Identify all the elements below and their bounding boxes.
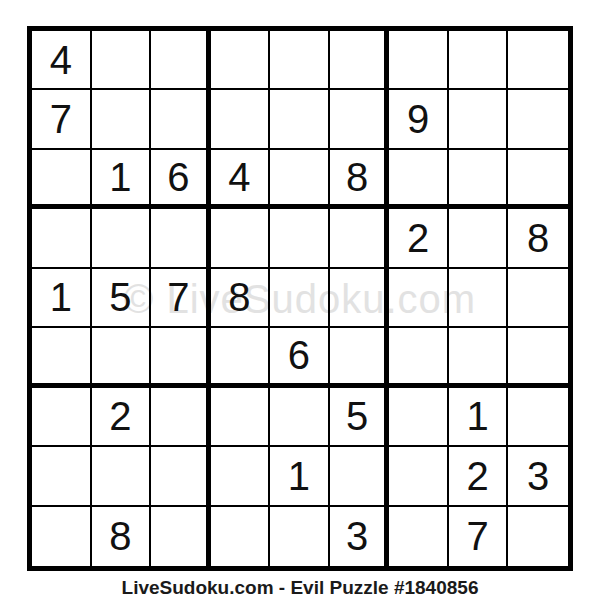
cell-r7c5[interactable] — [270, 388, 330, 447]
cell-r7c2[interactable]: 2 — [92, 388, 152, 447]
given-digit: 1 — [109, 157, 131, 197]
cell-r6c5[interactable]: 6 — [270, 328, 330, 387]
cell-r7c1[interactable] — [32, 388, 92, 447]
cell-r8c9[interactable]: 3 — [508, 447, 568, 506]
cell-r5c4[interactable]: 8 — [211, 269, 271, 328]
cell-r5c7[interactable] — [389, 269, 449, 328]
given-digit: 5 — [109, 277, 131, 317]
cell-r6c4[interactable] — [211, 328, 271, 387]
cell-r4c7[interactable]: 2 — [389, 209, 449, 268]
cell-r5c9[interactable] — [508, 269, 568, 328]
cell-r8c7[interactable] — [389, 447, 449, 506]
cell-r2c1[interactable]: 7 — [32, 90, 92, 149]
puzzle-caption: LiveSudoku.com - Evil Puzzle #1840856 — [0, 577, 600, 599]
cell-r3c9[interactable] — [508, 150, 568, 209]
given-digit: 2 — [407, 218, 429, 258]
cell-r2c9[interactable] — [508, 90, 568, 149]
cell-r2c3[interactable] — [151, 90, 211, 149]
cell-r5c1[interactable]: 1 — [32, 269, 92, 328]
cell-r5c5[interactable] — [270, 269, 330, 328]
cell-r8c4[interactable] — [211, 447, 271, 506]
cell-r9c1[interactable] — [32, 507, 92, 566]
cell-r4c3[interactable] — [151, 209, 211, 268]
given-digit: 4 — [228, 157, 250, 197]
cell-r9c4[interactable] — [211, 507, 271, 566]
cell-r4c9[interactable]: 8 — [508, 209, 568, 268]
cell-r6c7[interactable] — [389, 328, 449, 387]
given-digit: 6 — [167, 157, 189, 197]
given-digit: 9 — [407, 99, 429, 139]
cell-r6c8[interactable] — [449, 328, 509, 387]
cell-r8c6[interactable] — [330, 447, 390, 506]
cell-r2c5[interactable] — [270, 90, 330, 149]
given-digit: 8 — [228, 277, 250, 317]
cell-r8c2[interactable] — [92, 447, 152, 506]
cell-r4c6[interactable] — [330, 209, 390, 268]
cell-r9c5[interactable] — [270, 507, 330, 566]
cell-r6c2[interactable] — [92, 328, 152, 387]
cell-r2c2[interactable] — [92, 90, 152, 149]
cell-r1c4[interactable] — [211, 31, 271, 90]
cell-r5c6[interactable] — [330, 269, 390, 328]
cell-r1c1[interactable]: 4 — [32, 31, 92, 90]
given-digit: 8 — [346, 157, 368, 197]
cell-r1c8[interactable] — [449, 31, 509, 90]
cell-r1c5[interactable] — [270, 31, 330, 90]
given-digit: 2 — [467, 456, 489, 496]
cell-r1c3[interactable] — [151, 31, 211, 90]
cell-r6c9[interactable] — [508, 328, 568, 387]
cell-r9c2[interactable]: 8 — [92, 507, 152, 566]
cell-r7c8[interactable]: 1 — [449, 388, 509, 447]
cell-r6c6[interactable] — [330, 328, 390, 387]
given-digit: 6 — [288, 335, 310, 375]
cell-r7c7[interactable] — [389, 388, 449, 447]
cell-r2c6[interactable] — [330, 90, 390, 149]
cell-r3c5[interactable] — [270, 150, 330, 209]
cell-r9c9[interactable] — [508, 507, 568, 566]
cell-r1c2[interactable] — [92, 31, 152, 90]
cell-r6c1[interactable] — [32, 328, 92, 387]
sudoku-page: © LiveSudoku.com 47916482815786251123837… — [0, 0, 600, 615]
cell-r2c8[interactable] — [449, 90, 509, 149]
cell-r5c2[interactable]: 5 — [92, 269, 152, 328]
cell-r4c8[interactable] — [449, 209, 509, 268]
cell-r5c3[interactable]: 7 — [151, 269, 211, 328]
cell-r9c8[interactable]: 7 — [449, 507, 509, 566]
cell-r3c8[interactable] — [449, 150, 509, 209]
cell-r8c5[interactable]: 1 — [270, 447, 330, 506]
given-digit: 7 — [167, 277, 189, 317]
cell-r3c6[interactable]: 8 — [330, 150, 390, 209]
given-digit: 8 — [109, 516, 131, 556]
given-digit: 3 — [346, 516, 368, 556]
given-digit: 1 — [288, 456, 310, 496]
given-digit: 5 — [346, 396, 368, 436]
cell-r3c2[interactable]: 1 — [92, 150, 152, 209]
cell-r3c3[interactable]: 6 — [151, 150, 211, 209]
cell-r9c6[interactable]: 3 — [330, 507, 390, 566]
given-digit: 3 — [527, 456, 549, 496]
cell-r2c7[interactable]: 9 — [389, 90, 449, 149]
cell-r7c9[interactable] — [508, 388, 568, 447]
cell-r7c4[interactable] — [211, 388, 271, 447]
cell-r1c9[interactable] — [508, 31, 568, 90]
given-digit: 7 — [467, 516, 489, 556]
cell-r4c2[interactable] — [92, 209, 152, 268]
given-digit: 7 — [50, 99, 72, 139]
cell-r8c3[interactable] — [151, 447, 211, 506]
cell-r9c3[interactable] — [151, 507, 211, 566]
cell-r4c5[interactable] — [270, 209, 330, 268]
sudoku-board: © LiveSudoku.com 47916482815786251123837 — [27, 26, 573, 571]
given-digit: 4 — [50, 40, 72, 80]
cell-r7c6[interactable]: 5 — [330, 388, 390, 447]
given-digit: 2 — [109, 396, 131, 436]
cell-r5c8[interactable] — [449, 269, 509, 328]
cell-r2c4[interactable] — [211, 90, 271, 149]
cell-r8c8[interactable]: 2 — [449, 447, 509, 506]
cell-r4c4[interactable] — [211, 209, 271, 268]
cell-r6c3[interactable] — [151, 328, 211, 387]
cell-r3c7[interactable] — [389, 150, 449, 209]
cell-r3c1[interactable] — [32, 150, 92, 209]
cell-r1c7[interactable] — [389, 31, 449, 90]
cell-r4c1[interactable] — [32, 209, 92, 268]
cell-r3c4[interactable]: 4 — [211, 150, 271, 209]
given-digit: 8 — [527, 218, 549, 258]
cell-r1c6[interactable] — [330, 31, 390, 90]
cell-r9c7[interactable] — [389, 507, 449, 566]
cell-r7c3[interactable] — [151, 388, 211, 447]
given-digit: 1 — [467, 396, 489, 436]
given-digit: 1 — [50, 277, 72, 317]
cell-r8c1[interactable] — [32, 447, 92, 506]
